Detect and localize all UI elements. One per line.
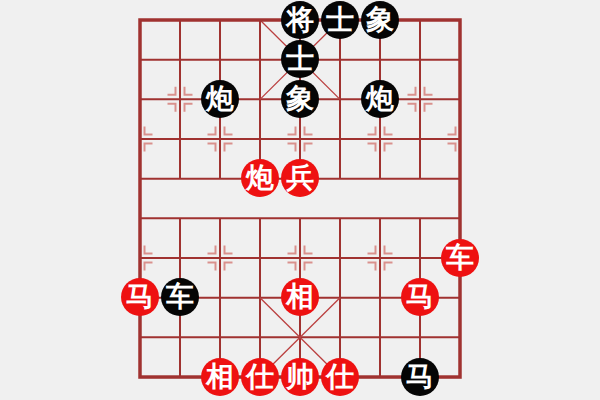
red-elephant[interactable]: 相 <box>281 278 319 316</box>
black-cannon[interactable]: 炮 <box>361 80 399 118</box>
pieces-layer: 将士象士炮象炮炮兵车马车相马相仕帅仕马 <box>120 0 480 397</box>
red-chariot[interactable]: 车 <box>441 239 479 277</box>
red-cannon[interactable]: 炮 <box>241 159 279 197</box>
black-advisor[interactable]: 士 <box>281 40 319 78</box>
red-general[interactable]: 帅 <box>281 358 319 396</box>
black-chariot[interactable]: 车 <box>161 278 199 316</box>
red-elephant[interactable]: 相 <box>201 358 239 396</box>
red-advisor[interactable]: 仕 <box>241 358 279 396</box>
black-advisor[interactable]: 士 <box>321 1 359 39</box>
xiangqi-board: 将士象士炮象炮炮兵车马车相马相仕帅仕马 <box>0 0 600 400</box>
red-horse[interactable]: 马 <box>401 278 439 316</box>
black-horse[interactable]: 马 <box>401 358 439 396</box>
black-cannon[interactable]: 炮 <box>201 80 239 118</box>
black-elephant[interactable]: 象 <box>361 1 399 39</box>
black-general[interactable]: 将 <box>281 1 319 39</box>
red-advisor[interactable]: 仕 <box>321 358 359 396</box>
red-soldier[interactable]: 兵 <box>281 159 319 197</box>
black-elephant[interactable]: 象 <box>281 80 319 118</box>
red-horse[interactable]: 马 <box>121 278 159 316</box>
